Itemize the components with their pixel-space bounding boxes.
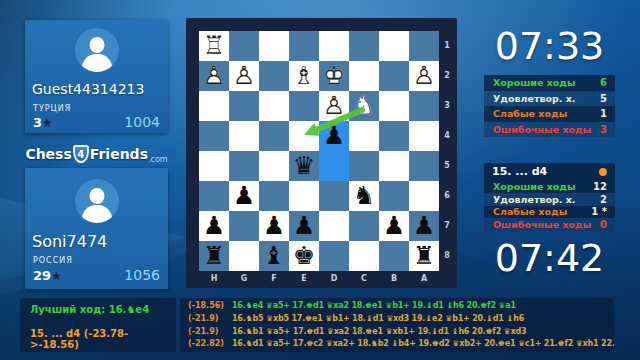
- line-eval: (-21.9): [188, 313, 232, 326]
- square-g6[interactable]: ♟: [229, 181, 259, 211]
- stat-value: 1: [600, 108, 607, 119]
- rank-label-8: 8: [439, 241, 455, 271]
- square-b7[interactable]: ♟: [379, 211, 409, 241]
- analysis-line[interactable]: (-18.56)16.♞e4 ♛a5+ 17.♚d1 ♛xa2 18.♚e1 ♛…: [188, 300, 614, 313]
- square-h2[interactable]: ♟♙: [199, 61, 229, 91]
- stat-value: 3: [600, 124, 607, 135]
- square-h7[interactable]: ♟: [199, 211, 229, 241]
- square-e5[interactable]: ♛: [289, 151, 319, 181]
- line-eval: (-22.82): [188, 338, 232, 351]
- square-a8[interactable]: ♜: [409, 241, 439, 271]
- logo-shield-icon: 4: [73, 145, 89, 163]
- white-pawn[interactable]: ♟♙: [229, 61, 259, 91]
- black-pawn[interactable]: ♟: [289, 211, 319, 241]
- square-b4[interactable]: [379, 121, 409, 151]
- square-c2[interactable]: [349, 61, 379, 91]
- square-f5[interactable]: [259, 151, 289, 181]
- black-pawn[interactable]: ♟: [229, 181, 259, 211]
- square-c3[interactable]: ♞♘: [349, 91, 379, 121]
- black-pawn[interactable]: ♟: [199, 211, 229, 241]
- square-h8[interactable]: ♜: [199, 241, 229, 271]
- square-e8[interactable]: ♚: [289, 241, 319, 271]
- logo-text-chess: Chess: [25, 146, 71, 162]
- square-g5[interactable]: [229, 151, 259, 181]
- player-stars: 3★: [33, 115, 53, 130]
- stat-label: Слабые ходы: [493, 108, 567, 119]
- square-h4[interactable]: [199, 121, 229, 151]
- white-knight[interactable]: ♞♘: [349, 91, 379, 121]
- line-moves: 16.♞e4 ♛a5+ 17.♚d1 ♛xa2 18.♚e1 ♛b1+ 19.♝…: [232, 301, 516, 310]
- avatar[interactable]: [75, 179, 119, 223]
- white-rook[interactable]: ♜♖: [199, 31, 229, 61]
- black-pawn[interactable]: ♟: [259, 211, 289, 241]
- square-h6[interactable]: [199, 181, 229, 211]
- avatar-body: [82, 205, 112, 223]
- stat-value: 1 *: [591, 206, 607, 217]
- square-b3[interactable]: [379, 91, 409, 121]
- stat-row: Слабые ходы1: [484, 106, 615, 122]
- logo-text-com: .com: [148, 155, 168, 164]
- rank-label-6: 6: [439, 181, 455, 211]
- line-moves: 16.♞b1 ♛a5+ 17.♚d1 ♛xa2 18.♚e1 ♛xb1+ 19.…: [232, 327, 526, 336]
- square-e3[interactable]: [289, 91, 319, 121]
- stat-value: 2: [600, 194, 607, 205]
- clock-bottom: 07:42: [484, 234, 615, 282]
- file-label-f: F: [259, 271, 289, 287]
- black-pawn[interactable]: ♟: [379, 211, 409, 241]
- move-quality-dot: [599, 168, 607, 176]
- stat-label: Удовлетвор. х.: [493, 194, 575, 205]
- square-a4[interactable]: [409, 121, 439, 151]
- square-d5[interactable]: [319, 151, 349, 181]
- player-rating: 1004: [124, 114, 160, 130]
- square-a1[interactable]: [409, 31, 439, 61]
- stat-row: Ошибочные ходы3: [484, 122, 615, 138]
- square-e7[interactable]: ♟: [289, 211, 319, 241]
- square-d1[interactable]: [319, 31, 349, 61]
- square-g4[interactable]: [229, 121, 259, 151]
- square-g3[interactable]: [229, 91, 259, 121]
- square-a2[interactable]: ♟♙: [409, 61, 439, 91]
- stat-value: 5: [600, 93, 607, 104]
- black-pawn[interactable]: ♟: [319, 121, 349, 151]
- square-f7[interactable]: ♟: [259, 211, 289, 241]
- square-d2[interactable]: ♚♔: [319, 61, 349, 91]
- square-a3[interactable]: [409, 91, 439, 121]
- square-b6[interactable]: [379, 181, 409, 211]
- analysis-lines-panel: (-18.56)16.♞e4 ♛a5+ 17.♚d1 ♛xa2 18.♚e1 ♛…: [180, 298, 614, 352]
- avatar-head: [89, 37, 104, 53]
- analysis-line[interactable]: (-21.9)16.♞b1 ♛a5+ 17.♚d1 ♛xa2 18.♚e1 ♛x…: [188, 326, 614, 339]
- file-label-c: C: [349, 271, 379, 287]
- square-f6[interactable]: [259, 181, 289, 211]
- stat-value: 12: [593, 181, 607, 192]
- file-label-d: D: [319, 271, 349, 287]
- line-moves: 16.♞d1 ♛a5+ 17.♚c2 ♛xa2+ 18.♞b2 ♝b4+ 19.…: [232, 339, 614, 348]
- star-icon: ★: [51, 269, 62, 283]
- white-pawn[interactable]: ♟♙: [409, 61, 439, 91]
- rank-label-2: 2: [439, 61, 455, 91]
- square-c5[interactable]: [349, 151, 379, 181]
- best-move-text: Лучший ход: 16.♞e4: [30, 304, 149, 315]
- square-c1[interactable]: [349, 31, 379, 61]
- square-f2[interactable]: [259, 61, 289, 91]
- stat-label: Хорошие ходы: [493, 77, 576, 88]
- file-label-b: B: [379, 271, 409, 287]
- player-name: Guest44314213: [32, 81, 164, 97]
- square-f3[interactable]: [259, 91, 289, 121]
- star-icon: ★: [42, 116, 53, 130]
- stat-label: Слабые ходы: [493, 206, 567, 217]
- square-c4[interactable]: [349, 121, 379, 151]
- black-rook[interactable]: ♜: [199, 241, 229, 271]
- best-move-panel: Лучший ход: 16.♞e4 15. ... d4 (-23.78->-…: [20, 298, 176, 352]
- black-king[interactable]: ♚: [289, 241, 319, 271]
- stat-row: Удовлетвор. х.5: [484, 91, 615, 107]
- avatar-body: [82, 54, 112, 72]
- file-label-a: A: [409, 271, 439, 287]
- square-d3[interactable]: ♟♙: [319, 91, 349, 121]
- player-card-bottom: Soni7474 РОССИЯ 29★ 1056: [25, 168, 168, 289]
- stat-label: Хорошие ходы: [493, 181, 576, 192]
- square-e2[interactable]: ♝♗: [289, 61, 319, 91]
- logo-text-friends: Friends: [90, 146, 148, 162]
- file-labels: HGFEDCBA: [199, 271, 439, 287]
- white-pawn[interactable]: ♟♙: [199, 61, 229, 91]
- analysis-line[interactable]: (-21.9)16.♞b5 ♛xb5 17.♚e1 ♛b1+ 18.♝d1 ♛x…: [188, 313, 614, 326]
- rank-label-4: 4: [439, 121, 455, 151]
- current-move-label: 15. ... d4: [492, 165, 547, 178]
- black-queen[interactable]: ♛: [289, 151, 319, 181]
- square-g1[interactable]: [229, 31, 259, 61]
- square-c8[interactable]: [349, 241, 379, 271]
- square-h1[interactable]: ♜♖: [199, 31, 229, 61]
- stat-label: Удовлетвор. х.: [493, 93, 575, 104]
- black-pawn[interactable]: ♟: [409, 211, 439, 241]
- move-eval-text: 15. ... d4 (-23.78->-18.56): [30, 328, 176, 350]
- square-h5[interactable]: [199, 151, 229, 181]
- stat-label: Ошибочные ходы: [493, 219, 591, 230]
- square-a5[interactable]: [409, 151, 439, 181]
- square-b1[interactable]: [379, 31, 409, 61]
- square-f1[interactable]: [259, 31, 289, 61]
- square-e1[interactable]: [289, 31, 319, 61]
- square-f8[interactable]: ♝: [259, 241, 289, 271]
- stat-row: Хорошие ходы12: [484, 181, 615, 194]
- square-c6[interactable]: ♞: [349, 181, 379, 211]
- white-king[interactable]: ♚♔: [319, 61, 349, 91]
- square-d4[interactable]: ♟: [319, 121, 349, 151]
- rank-label-3: 3: [439, 91, 455, 121]
- square-e4[interactable]: [289, 121, 319, 151]
- file-label-e: E: [289, 271, 319, 287]
- player-stars: 29★: [33, 268, 62, 283]
- stat-row: Ошибочные ходы0: [484, 218, 615, 231]
- stat-label: Ошибочные ходы: [493, 124, 591, 135]
- avatar[interactable]: [75, 28, 119, 72]
- clock-top: 07:33: [484, 22, 615, 70]
- player-name: Soni7474: [32, 232, 164, 251]
- chess4friends-logo[interactable]: Chess 4 Friends .com: [25, 141, 168, 167]
- player1-stats-panel: Хорошие ходы6Удовлетвор. х.5Слабые ходы1…: [484, 75, 615, 137]
- square-a6[interactable]: [409, 181, 439, 211]
- square-b5[interactable]: [379, 151, 409, 181]
- player-country: ТУРЦИЯ: [33, 104, 71, 113]
- avatar-head: [89, 188, 104, 204]
- square-a7[interactable]: ♟: [409, 211, 439, 241]
- square-e6[interactable]: [289, 181, 319, 211]
- square-h3[interactable]: [199, 91, 229, 121]
- square-d6[interactable]: [319, 181, 349, 211]
- stat-value: 0: [600, 219, 607, 230]
- rank-label-1: 1: [439, 31, 455, 61]
- square-g7[interactable]: [229, 211, 259, 241]
- line-eval: (-18.56): [188, 300, 232, 313]
- square-b2[interactable]: [379, 61, 409, 91]
- square-d7[interactable]: [319, 211, 349, 241]
- chess-board: ♜♖♟♙♟♙♝♗♚♔♟♙♟♙♞♘♟♛♟♞♟♟♟♟♟♜♝♚♜ 12345678 H…: [186, 18, 457, 288]
- player-country: РОССИЯ: [33, 256, 73, 265]
- black-bishop[interactable]: ♝: [259, 241, 289, 271]
- player-card-top: Guest44314213 ТУРЦИЯ 3★ 1004: [25, 20, 168, 133]
- square-g2[interactable]: ♟♙: [229, 61, 259, 91]
- white-pawn[interactable]: ♟♙: [319, 91, 349, 121]
- white-bishop[interactable]: ♝♗: [289, 61, 319, 91]
- square-g8[interactable]: [229, 241, 259, 271]
- rank-labels: 12345678: [439, 31, 455, 271]
- square-d8[interactable]: [319, 241, 349, 271]
- file-label-g: G: [229, 271, 259, 287]
- square-f4[interactable]: [259, 121, 289, 151]
- board-grid: ♜♖♟♙♟♙♝♗♚♔♟♙♟♙♞♘♟♛♟♞♟♟♟♟♟♜♝♚♜: [199, 31, 439, 271]
- stat-row: Хорошие ходы6: [484, 75, 615, 91]
- square-c7[interactable]: [349, 211, 379, 241]
- rank-label-7: 7: [439, 211, 455, 241]
- player-rating: 1056: [124, 267, 160, 283]
- stat-value: 6: [600, 77, 607, 88]
- move-stats-panel: 15. ... d4 Хорошие ходы12Удовлетвор. х.2…: [484, 163, 615, 231]
- rank-label-5: 5: [439, 151, 455, 181]
- stat-row: Слабые ходы1 *: [484, 206, 615, 219]
- black-rook[interactable]: ♜: [409, 241, 439, 271]
- stat-row: Удовлетвор. х.2: [484, 193, 615, 206]
- line-eval: (-21.9): [188, 326, 232, 339]
- square-b8[interactable]: [379, 241, 409, 271]
- file-label-h: H: [199, 271, 229, 287]
- line-moves: 16.♞b5 ♛xb5 17.♚e1 ♛b1+ 18.♝d1 ♛xd3 19.♝…: [232, 314, 524, 323]
- analysis-line[interactable]: (-22.82)16.♞d1 ♛a5+ 17.♚c2 ♛xa2+ 18.♞b2 …: [188, 338, 614, 351]
- black-knight[interactable]: ♞: [349, 181, 379, 211]
